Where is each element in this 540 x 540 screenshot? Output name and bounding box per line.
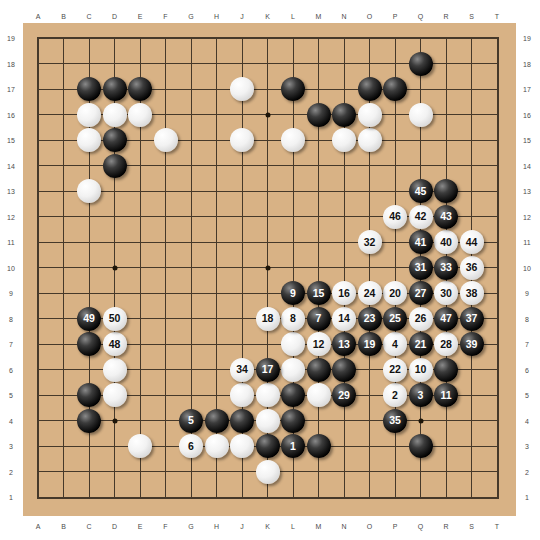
- intersection-F6[interactable]: [153, 357, 179, 383]
- stone-white-M7[interactable]: 12: [307, 332, 331, 356]
- intersection-M4[interactable]: [306, 408, 332, 434]
- intersection-T2[interactable]: [484, 459, 510, 485]
- intersection-D9[interactable]: [102, 280, 128, 306]
- intersection-L11[interactable]: [280, 229, 306, 255]
- intersection-E18[interactable]: [127, 51, 153, 77]
- stone-white-J3[interactable]: [230, 434, 254, 458]
- intersection-P15[interactable]: [382, 127, 408, 153]
- intersection-D12[interactable]: [102, 204, 128, 230]
- stone-white-S9[interactable]: 38: [460, 281, 484, 305]
- intersection-G11[interactable]: [178, 229, 204, 255]
- stone-white-L6[interactable]: [281, 358, 305, 382]
- intersection-A18[interactable]: [25, 51, 51, 77]
- intersection-B6[interactable]: [51, 357, 77, 383]
- stone-white-N9[interactable]: 16: [332, 281, 356, 305]
- stone-black-R6[interactable]: [434, 358, 458, 382]
- intersection-B5[interactable]: [51, 382, 77, 408]
- intersection-J13[interactable]: [229, 178, 255, 204]
- intersection-N11[interactable]: [331, 229, 357, 255]
- intersection-P18[interactable]: [382, 51, 408, 77]
- stone-black-N7[interactable]: 13: [332, 332, 356, 356]
- intersection-O18[interactable]: [357, 51, 383, 77]
- intersection-F14[interactable]: [153, 153, 179, 179]
- intersection-H16[interactable]: [204, 102, 230, 128]
- intersection-G10[interactable]: [178, 255, 204, 281]
- intersection-J9[interactable]: [229, 280, 255, 306]
- intersection-N13[interactable]: [331, 178, 357, 204]
- intersection-H15[interactable]: [204, 127, 230, 153]
- intersection-L16[interactable]: [280, 102, 306, 128]
- stone-black-M9[interactable]: 15: [307, 281, 331, 305]
- stone-black-N6[interactable]: [332, 358, 356, 382]
- intersection-J10[interactable]: [229, 255, 255, 281]
- stone-black-Q9[interactable]: 27: [409, 281, 433, 305]
- stone-white-K5[interactable]: [256, 383, 280, 407]
- intersection-T19[interactable]: [484, 25, 510, 51]
- stone-white-S11[interactable]: 44: [460, 230, 484, 254]
- stone-white-C16[interactable]: [77, 103, 101, 127]
- stone-black-C8[interactable]: 49: [77, 307, 101, 331]
- intersection-M12[interactable]: [306, 204, 332, 230]
- intersection-K14[interactable]: [255, 153, 281, 179]
- stone-black-P4[interactable]: 35: [383, 409, 407, 433]
- intersection-T4[interactable]: [484, 408, 510, 434]
- stone-black-M16[interactable]: [307, 103, 331, 127]
- intersection-A9[interactable]: [25, 280, 51, 306]
- intersection-A14[interactable]: [25, 153, 51, 179]
- intersection-O12[interactable]: [357, 204, 383, 230]
- intersection-K12[interactable]: [255, 204, 281, 230]
- stone-white-J17[interactable]: [230, 77, 254, 101]
- stone-white-O16[interactable]: [358, 103, 382, 127]
- intersection-L2[interactable]: [280, 459, 306, 485]
- stone-black-Q7[interactable]: 21: [409, 332, 433, 356]
- intersection-N10[interactable]: [331, 255, 357, 281]
- intersection-K7[interactable]: [255, 331, 281, 357]
- stone-white-O15[interactable]: [358, 128, 382, 152]
- intersection-T6[interactable]: [484, 357, 510, 383]
- stone-black-P17[interactable]: [383, 77, 407, 101]
- intersection-S17[interactable]: [459, 76, 485, 102]
- stone-white-E16[interactable]: [128, 103, 152, 127]
- intersection-A3[interactable]: [25, 433, 51, 459]
- intersection-T11[interactable]: [484, 229, 510, 255]
- intersection-P16[interactable]: [382, 102, 408, 128]
- intersection-K13[interactable]: [255, 178, 281, 204]
- intersection-R16[interactable]: [433, 102, 459, 128]
- intersection-E12[interactable]: [127, 204, 153, 230]
- intersection-D2[interactable]: [102, 459, 128, 485]
- intersection-H7[interactable]: [204, 331, 230, 357]
- intersection-B7[interactable]: [51, 331, 77, 357]
- intersection-P19[interactable]: [382, 25, 408, 51]
- intersection-G5[interactable]: [178, 382, 204, 408]
- intersection-J11[interactable]: [229, 229, 255, 255]
- intersection-H9[interactable]: [204, 280, 230, 306]
- intersection-B19[interactable]: [51, 25, 77, 51]
- intersection-E1[interactable]: [127, 484, 153, 510]
- intersection-F5[interactable]: [153, 382, 179, 408]
- intersection-F10[interactable]: [153, 255, 179, 281]
- intersection-H17[interactable]: [204, 76, 230, 102]
- intersection-B18[interactable]: [51, 51, 77, 77]
- stone-white-P12[interactable]: 46: [383, 205, 407, 229]
- intersection-G17[interactable]: [178, 76, 204, 102]
- intersection-B12[interactable]: [51, 204, 77, 230]
- stone-black-C17[interactable]: [77, 77, 101, 101]
- stone-white-N15[interactable]: [332, 128, 356, 152]
- intersection-C12[interactable]: [76, 204, 102, 230]
- intersection-C11[interactable]: [76, 229, 102, 255]
- intersection-G12[interactable]: [178, 204, 204, 230]
- intersection-A15[interactable]: [25, 127, 51, 153]
- stone-white-P6[interactable]: 22: [383, 358, 407, 382]
- intersection-B11[interactable]: [51, 229, 77, 255]
- intersection-S6[interactable]: [459, 357, 485, 383]
- intersection-F8[interactable]: [153, 306, 179, 332]
- intersection-F13[interactable]: [153, 178, 179, 204]
- stone-white-O11[interactable]: 32: [358, 230, 382, 254]
- stone-white-E3[interactable]: [128, 434, 152, 458]
- intersection-S4[interactable]: [459, 408, 485, 434]
- intersection-T18[interactable]: [484, 51, 510, 77]
- intersection-O10[interactable]: [357, 255, 383, 281]
- stone-black-R13[interactable]: [434, 179, 458, 203]
- intersection-F1[interactable]: [153, 484, 179, 510]
- intersection-J8[interactable]: [229, 306, 255, 332]
- intersection-F19[interactable]: [153, 25, 179, 51]
- intersection-B16[interactable]: [51, 102, 77, 128]
- intersection-L1[interactable]: [280, 484, 306, 510]
- stone-black-N5[interactable]: 29: [332, 383, 356, 407]
- stone-black-L5[interactable]: [281, 383, 305, 407]
- intersection-R18[interactable]: [433, 51, 459, 77]
- intersection-M10[interactable]: [306, 255, 332, 281]
- intersection-M15[interactable]: [306, 127, 332, 153]
- intersection-J19[interactable]: [229, 25, 255, 51]
- intersection-B4[interactable]: [51, 408, 77, 434]
- intersection-M18[interactable]: [306, 51, 332, 77]
- intersection-N14[interactable]: [331, 153, 357, 179]
- intersection-A1[interactable]: [25, 484, 51, 510]
- stone-black-H4[interactable]: [205, 409, 229, 433]
- intersection-K17[interactable]: [255, 76, 281, 102]
- intersection-T7[interactable]: [484, 331, 510, 357]
- intersection-A12[interactable]: [25, 204, 51, 230]
- intersection-Q19[interactable]: [408, 25, 434, 51]
- intersection-G2[interactable]: [178, 459, 204, 485]
- stone-black-L9[interactable]: 9: [281, 281, 305, 305]
- intersection-K18[interactable]: [255, 51, 281, 77]
- stone-black-O7[interactable]: 19: [358, 332, 382, 356]
- intersection-T5[interactable]: [484, 382, 510, 408]
- intersection-G14[interactable]: [178, 153, 204, 179]
- intersection-T9[interactable]: [484, 280, 510, 306]
- intersection-B8[interactable]: [51, 306, 77, 332]
- intersection-C2[interactable]: [76, 459, 102, 485]
- intersection-H10[interactable]: [204, 255, 230, 281]
- intersection-B1[interactable]: [51, 484, 77, 510]
- intersection-E6[interactable]: [127, 357, 153, 383]
- intersection-N12[interactable]: [331, 204, 357, 230]
- intersection-B3[interactable]: [51, 433, 77, 459]
- intersection-R4[interactable]: [433, 408, 459, 434]
- intersection-T15[interactable]: [484, 127, 510, 153]
- stone-black-R10[interactable]: 33: [434, 256, 458, 280]
- intersection-L10[interactable]: [280, 255, 306, 281]
- intersection-T10[interactable]: [484, 255, 510, 281]
- intersection-H14[interactable]: [204, 153, 230, 179]
- intersection-J2[interactable]: [229, 459, 255, 485]
- intersection-A11[interactable]: [25, 229, 51, 255]
- intersection-J14[interactable]: [229, 153, 255, 179]
- intersection-N1[interactable]: [331, 484, 357, 510]
- intersection-O14[interactable]: [357, 153, 383, 179]
- intersection-O4[interactable]: [357, 408, 383, 434]
- intersection-D19[interactable]: [102, 25, 128, 51]
- stone-black-S8[interactable]: 37: [460, 307, 484, 331]
- intersection-K1[interactable]: [255, 484, 281, 510]
- intersection-A10[interactable]: [25, 255, 51, 281]
- intersection-R1[interactable]: [433, 484, 459, 510]
- stone-white-P5[interactable]: 2: [383, 383, 407, 407]
- stone-black-R12[interactable]: 43: [434, 205, 458, 229]
- intersection-F9[interactable]: [153, 280, 179, 306]
- intersection-Q15[interactable]: [408, 127, 434, 153]
- intersection-M1[interactable]: [306, 484, 332, 510]
- intersection-P11[interactable]: [382, 229, 408, 255]
- intersection-G13[interactable]: [178, 178, 204, 204]
- stone-black-P8[interactable]: 25: [383, 307, 407, 331]
- intersection-F17[interactable]: [153, 76, 179, 102]
- intersection-D10[interactable]: [102, 255, 128, 281]
- intersection-O19[interactable]: [357, 25, 383, 51]
- intersection-T1[interactable]: [484, 484, 510, 510]
- intersection-E4[interactable]: [127, 408, 153, 434]
- intersection-B14[interactable]: [51, 153, 77, 179]
- intersection-H5[interactable]: [204, 382, 230, 408]
- intersection-S16[interactable]: [459, 102, 485, 128]
- intersection-Q14[interactable]: [408, 153, 434, 179]
- intersection-K19[interactable]: [255, 25, 281, 51]
- intersection-R14[interactable]: [433, 153, 459, 179]
- intersection-B2[interactable]: [51, 459, 77, 485]
- intersection-T12[interactable]: [484, 204, 510, 230]
- intersection-D3[interactable]: [102, 433, 128, 459]
- intersection-D11[interactable]: [102, 229, 128, 255]
- intersection-S15[interactable]: [459, 127, 485, 153]
- intersection-R15[interactable]: [433, 127, 459, 153]
- intersection-P2[interactable]: [382, 459, 408, 485]
- intersection-E19[interactable]: [127, 25, 153, 51]
- intersection-M14[interactable]: [306, 153, 332, 179]
- stone-black-O8[interactable]: 23: [358, 307, 382, 331]
- intersection-N19[interactable]: [331, 25, 357, 51]
- intersection-G16[interactable]: [178, 102, 204, 128]
- intersection-H2[interactable]: [204, 459, 230, 485]
- intersection-C14[interactable]: [76, 153, 102, 179]
- intersection-Q4[interactable]: [408, 408, 434, 434]
- intersection-E15[interactable]: [127, 127, 153, 153]
- intersection-S1[interactable]: [459, 484, 485, 510]
- stone-white-K2[interactable]: [256, 460, 280, 484]
- stone-white-G3[interactable]: 6: [179, 434, 203, 458]
- intersection-B9[interactable]: [51, 280, 77, 306]
- intersection-E2[interactable]: [127, 459, 153, 485]
- stone-black-Q11[interactable]: 41: [409, 230, 433, 254]
- stone-white-K8[interactable]: 18: [256, 307, 280, 331]
- intersection-K16[interactable]: [255, 102, 281, 128]
- intersection-F12[interactable]: [153, 204, 179, 230]
- stone-black-Q3[interactable]: [409, 434, 433, 458]
- stone-white-D16[interactable]: [103, 103, 127, 127]
- stone-black-G4[interactable]: 5: [179, 409, 203, 433]
- stone-white-Q6[interactable]: 10: [409, 358, 433, 382]
- stone-white-D6[interactable]: [103, 358, 127, 382]
- intersection-D1[interactable]: [102, 484, 128, 510]
- stone-white-M5[interactable]: [307, 383, 331, 407]
- intersection-K10[interactable]: [255, 255, 281, 281]
- intersection-A4[interactable]: [25, 408, 51, 434]
- intersection-C10[interactable]: [76, 255, 102, 281]
- intersection-L14[interactable]: [280, 153, 306, 179]
- intersection-C19[interactable]: [76, 25, 102, 51]
- intersection-T17[interactable]: [484, 76, 510, 102]
- stone-black-O17[interactable]: [358, 77, 382, 101]
- intersection-Q2[interactable]: [408, 459, 434, 485]
- intersection-F7[interactable]: [153, 331, 179, 357]
- stone-white-Q8[interactable]: 26: [409, 307, 433, 331]
- intersection-M17[interactable]: [306, 76, 332, 102]
- intersection-C18[interactable]: [76, 51, 102, 77]
- intersection-Q1[interactable]: [408, 484, 434, 510]
- stone-black-C4[interactable]: [77, 409, 101, 433]
- intersection-A7[interactable]: [25, 331, 51, 357]
- intersection-R3[interactable]: [433, 433, 459, 459]
- stone-black-D15[interactable]: [103, 128, 127, 152]
- intersection-H13[interactable]: [204, 178, 230, 204]
- intersection-C9[interactable]: [76, 280, 102, 306]
- stone-white-C13[interactable]: [77, 179, 101, 203]
- intersection-M19[interactable]: [306, 25, 332, 51]
- stone-black-K3[interactable]: [256, 434, 280, 458]
- intersection-K11[interactable]: [255, 229, 281, 255]
- intersection-F2[interactable]: [153, 459, 179, 485]
- intersection-T3[interactable]: [484, 433, 510, 459]
- stone-white-R11[interactable]: 40: [434, 230, 458, 254]
- intersection-J12[interactable]: [229, 204, 255, 230]
- stone-white-F15[interactable]: [154, 128, 178, 152]
- intersection-H18[interactable]: [204, 51, 230, 77]
- intersection-P3[interactable]: [382, 433, 408, 459]
- stone-white-O9[interactable]: 24: [358, 281, 382, 305]
- stone-black-L4[interactable]: [281, 409, 305, 433]
- intersection-L13[interactable]: [280, 178, 306, 204]
- stone-black-C7[interactable]: [77, 332, 101, 356]
- intersection-H8[interactable]: [204, 306, 230, 332]
- stone-black-E17[interactable]: [128, 77, 152, 101]
- intersection-N3[interactable]: [331, 433, 357, 459]
- stone-white-D7[interactable]: 48: [103, 332, 127, 356]
- intersection-A8[interactable]: [25, 306, 51, 332]
- stone-white-L7[interactable]: [281, 332, 305, 356]
- intersection-A16[interactable]: [25, 102, 51, 128]
- intersection-O5[interactable]: [357, 382, 383, 408]
- intersection-G15[interactable]: [178, 127, 204, 153]
- intersection-D13[interactable]: [102, 178, 128, 204]
- intersection-A5[interactable]: [25, 382, 51, 408]
- intersection-G9[interactable]: [178, 280, 204, 306]
- stone-white-L8[interactable]: 8: [281, 307, 305, 331]
- intersection-E13[interactable]: [127, 178, 153, 204]
- intersection-G7[interactable]: [178, 331, 204, 357]
- intersection-S5[interactable]: [459, 382, 485, 408]
- stone-white-D8[interactable]: 50: [103, 307, 127, 331]
- intersection-S14[interactable]: [459, 153, 485, 179]
- stone-white-J15[interactable]: [230, 128, 254, 152]
- intersection-E10[interactable]: [127, 255, 153, 281]
- stone-black-M3[interactable]: [307, 434, 331, 458]
- intersection-G6[interactable]: [178, 357, 204, 383]
- intersection-D18[interactable]: [102, 51, 128, 77]
- intersection-L12[interactable]: [280, 204, 306, 230]
- intersection-A2[interactable]: [25, 459, 51, 485]
- intersection-M2[interactable]: [306, 459, 332, 485]
- intersection-A17[interactable]: [25, 76, 51, 102]
- intersection-T8[interactable]: [484, 306, 510, 332]
- intersection-K9[interactable]: [255, 280, 281, 306]
- intersection-B15[interactable]: [51, 127, 77, 153]
- intersection-F4[interactable]: [153, 408, 179, 434]
- intersection-H1[interactable]: [204, 484, 230, 510]
- stone-white-C15[interactable]: [77, 128, 101, 152]
- stone-white-Q16[interactable]: [409, 103, 433, 127]
- stone-black-Q13[interactable]: 45: [409, 179, 433, 203]
- intersection-H19[interactable]: [204, 25, 230, 51]
- intersection-S12[interactable]: [459, 204, 485, 230]
- intersection-A13[interactable]: [25, 178, 51, 204]
- intersection-P10[interactable]: [382, 255, 408, 281]
- stone-black-N16[interactable]: [332, 103, 356, 127]
- intersection-J1[interactable]: [229, 484, 255, 510]
- stone-white-Q12[interactable]: 42: [409, 205, 433, 229]
- stone-white-P9[interactable]: 20: [383, 281, 407, 305]
- intersection-M13[interactable]: [306, 178, 332, 204]
- stone-black-S7[interactable]: 39: [460, 332, 484, 356]
- intersection-K15[interactable]: [255, 127, 281, 153]
- intersection-E9[interactable]: [127, 280, 153, 306]
- intersection-R19[interactable]: [433, 25, 459, 51]
- intersection-J16[interactable]: [229, 102, 255, 128]
- intersection-C1[interactable]: [76, 484, 102, 510]
- intersection-S19[interactable]: [459, 25, 485, 51]
- stone-black-J4[interactable]: [230, 409, 254, 433]
- intersection-R2[interactable]: [433, 459, 459, 485]
- stone-black-Q10[interactable]: 31: [409, 256, 433, 280]
- intersection-N2[interactable]: [331, 459, 357, 485]
- intersection-B13[interactable]: [51, 178, 77, 204]
- intersection-A6[interactable]: [25, 357, 51, 383]
- intersection-J18[interactable]: [229, 51, 255, 77]
- stone-white-H3[interactable]: [205, 434, 229, 458]
- intersection-T16[interactable]: [484, 102, 510, 128]
- intersection-S2[interactable]: [459, 459, 485, 485]
- intersection-J7[interactable]: [229, 331, 255, 357]
- intersection-E7[interactable]: [127, 331, 153, 357]
- intersection-S3[interactable]: [459, 433, 485, 459]
- stone-black-Q18[interactable]: [409, 52, 433, 76]
- intersection-O1[interactable]: [357, 484, 383, 510]
